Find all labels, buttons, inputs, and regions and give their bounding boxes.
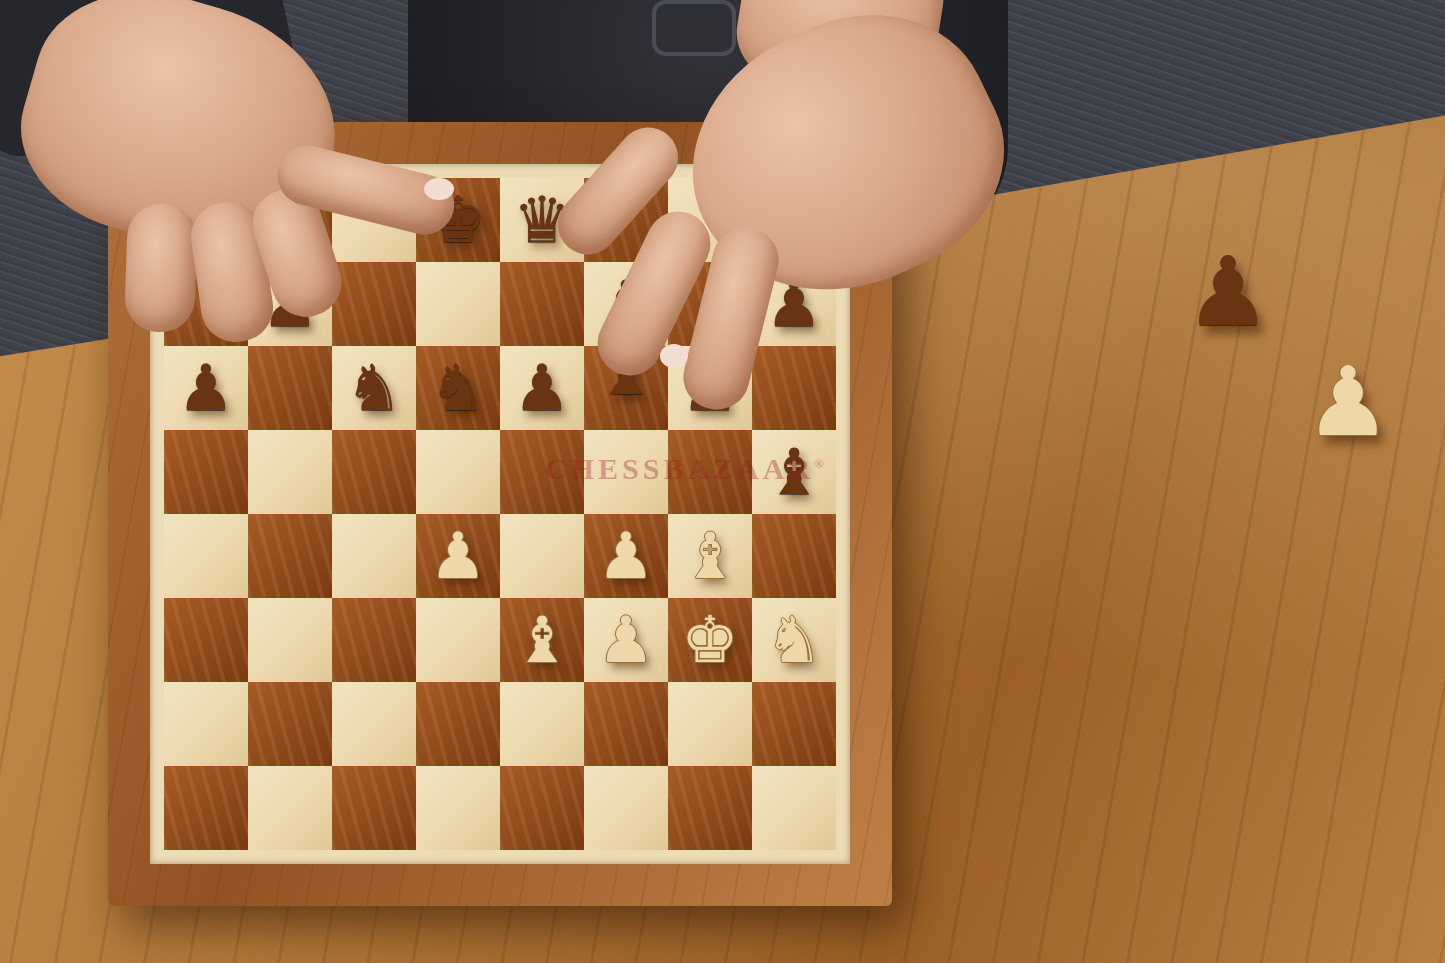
square-h3[interactable]: ♞ [752,598,836,682]
piece-white-bishop[interactable]: ♝ [668,514,752,598]
square-c5[interactable] [332,430,416,514]
right-hand-holding-piece [560,0,1100,476]
piece-white-pawn[interactable]: ♟ [584,598,668,682]
square-d3[interactable] [416,598,500,682]
square-d4[interactable]: ♟ [416,514,500,598]
watermark: CHESSBAZAAR® [545,452,828,486]
square-g2[interactable] [668,682,752,766]
square-e1[interactable] [500,766,584,850]
square-b1[interactable] [248,766,332,850]
square-a5[interactable] [164,430,248,514]
square-c4[interactable] [332,514,416,598]
square-b4[interactable] [248,514,332,598]
left-hand-fingernail [424,178,454,200]
square-d2[interactable] [416,682,500,766]
piece-white-pawn[interactable]: ♟ [584,514,668,598]
watermark-text: CHESSBAZAAR [545,452,814,485]
square-g3[interactable]: ♚ [668,598,752,682]
square-a2[interactable] [164,682,248,766]
right-hand-fingernail [660,344,688,368]
registered-mark: ® [814,456,828,471]
left-hand-finger [124,203,198,333]
square-f4[interactable]: ♟ [584,514,668,598]
piece-white-bishop[interactable]: ♝ [500,598,584,682]
piece-white-knight[interactable]: ♞ [752,598,836,682]
piece-white-pawn[interactable]: ♟ [416,514,500,598]
square-c2[interactable] [332,682,416,766]
square-h4[interactable] [752,514,836,598]
square-f1[interactable] [584,766,668,850]
photo-scene: ♚♛♟♟♟♟♞♞♟♝♟♝♟♟♝♝♟♚♞ ♟♟ CHESSBAZAAR® [0,0,1445,963]
square-a4[interactable] [164,514,248,598]
square-h1[interactable] [752,766,836,850]
square-d1[interactable] [416,766,500,850]
square-b3[interactable] [248,598,332,682]
square-c1[interactable] [332,766,416,850]
square-f2[interactable] [584,682,668,766]
square-g1[interactable] [668,766,752,850]
square-c3[interactable] [332,598,416,682]
square-a3[interactable] [164,598,248,682]
square-b2[interactable] [248,682,332,766]
square-e4[interactable] [500,514,584,598]
captured-white-pawn[interactable]: ♟ [1305,352,1391,452]
square-b5[interactable] [248,430,332,514]
square-f3[interactable]: ♟ [584,598,668,682]
piece-white-king[interactable]: ♚ [668,598,752,682]
left-hand [6,0,526,362]
square-h2[interactable] [752,682,836,766]
square-d5[interactable] [416,430,500,514]
square-g4[interactable]: ♝ [668,514,752,598]
captured-black-pawn[interactable]: ♟ [1185,242,1271,342]
square-e3[interactable]: ♝ [500,598,584,682]
square-a1[interactable] [164,766,248,850]
square-e2[interactable] [500,682,584,766]
